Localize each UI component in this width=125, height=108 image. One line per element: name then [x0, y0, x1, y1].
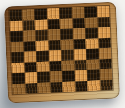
board-square	[25, 83, 38, 94]
checkerboard	[9, 6, 113, 94]
board-square	[59, 8, 72, 19]
board-square	[98, 48, 111, 59]
board-square	[9, 10, 22, 21]
board-square	[97, 16, 110, 27]
board-square	[50, 82, 63, 93]
board-square	[97, 6, 110, 17]
board-square	[84, 17, 97, 28]
board-square	[61, 60, 74, 71]
board-square	[37, 72, 50, 83]
board-square	[36, 51, 49, 62]
board-square	[11, 52, 24, 63]
board-square	[72, 17, 85, 28]
photo-background	[0, 0, 125, 108]
board-square	[73, 49, 86, 60]
board-square	[10, 20, 23, 31]
board-square	[60, 29, 73, 40]
board-square	[49, 61, 62, 72]
board-square	[87, 69, 100, 80]
board-square	[47, 19, 60, 30]
board-square	[35, 40, 48, 51]
board-square	[24, 72, 37, 83]
board-square	[35, 19, 48, 30]
board-square	[22, 20, 35, 31]
board-square	[49, 71, 62, 82]
board-square	[100, 79, 113, 90]
board-square	[85, 27, 98, 38]
board-square	[36, 61, 49, 72]
board-square	[22, 9, 35, 20]
board-square	[35, 30, 48, 41]
board-square	[85, 38, 98, 49]
board-square	[12, 83, 25, 94]
board-square	[10, 31, 23, 42]
board-square	[99, 58, 112, 69]
board-square	[11, 62, 24, 73]
board-square	[23, 30, 36, 41]
board-square	[86, 48, 99, 59]
board-square	[24, 62, 37, 73]
board-square	[37, 82, 50, 93]
board-square	[99, 69, 112, 80]
board-square	[84, 6, 97, 17]
board-square	[62, 70, 75, 81]
board-square	[47, 29, 60, 40]
board-square	[34, 9, 47, 20]
board-square	[98, 37, 111, 48]
board-square	[10, 41, 23, 52]
board-square	[48, 40, 61, 51]
board-square	[73, 38, 86, 49]
board-square	[48, 50, 61, 61]
board-square	[23, 51, 36, 62]
board-square	[47, 8, 60, 19]
board-square	[62, 81, 75, 92]
board-square	[75, 80, 88, 91]
board-square	[86, 59, 99, 70]
board-square	[61, 50, 74, 61]
board-square	[23, 41, 36, 52]
board-square	[74, 70, 87, 81]
board-square	[72, 7, 85, 18]
board-square	[74, 59, 87, 70]
board-square	[60, 39, 73, 50]
board-square	[97, 27, 110, 38]
board-square	[87, 80, 100, 91]
board-square	[12, 73, 25, 84]
board-square	[72, 28, 85, 39]
checkerboard-frame	[4, 2, 120, 104]
board-square	[60, 18, 73, 29]
